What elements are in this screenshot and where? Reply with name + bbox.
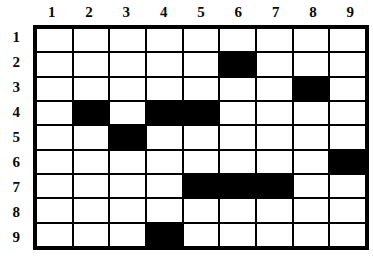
grid-cell[interactable] — [220, 224, 255, 246]
grid-cell[interactable] — [330, 224, 365, 246]
row-label: 7 — [0, 175, 30, 200]
grid-cell[interactable] — [147, 29, 182, 51]
grid-cell[interactable] — [74, 175, 109, 197]
grid-cell[interactable] — [74, 78, 109, 100]
grid-cell[interactable] — [257, 126, 292, 148]
blocked-cell — [330, 151, 365, 173]
blocked-cell — [257, 175, 292, 197]
blocked-cell — [294, 78, 329, 100]
grid-cell[interactable] — [74, 224, 109, 246]
puzzle-page: 123456789 123456789 — [0, 0, 373, 258]
grid-cell[interactable] — [257, 53, 292, 75]
grid-cell[interactable] — [110, 53, 145, 75]
grid-cell[interactable] — [147, 53, 182, 75]
grid-cell[interactable] — [147, 175, 182, 197]
grid-cell[interactable] — [294, 29, 329, 51]
grid-cell[interactable] — [257, 199, 292, 221]
grid-cell[interactable] — [37, 224, 72, 246]
grid-cell[interactable] — [330, 102, 365, 124]
grid-cell[interactable] — [220, 126, 255, 148]
grid-cell[interactable] — [37, 151, 72, 173]
blocked-cell — [110, 126, 145, 148]
grid-cell[interactable] — [37, 29, 72, 51]
grid-cell[interactable] — [110, 175, 145, 197]
col-label: 1 — [33, 0, 70, 24]
grid-cell[interactable] — [147, 78, 182, 100]
grid-cell[interactable] — [257, 151, 292, 173]
col-label: 4 — [145, 0, 182, 24]
blocked-cell — [74, 102, 109, 124]
grid-cell[interactable] — [147, 151, 182, 173]
grid-cell[interactable] — [37, 102, 72, 124]
col-label: 2 — [70, 0, 107, 24]
grid-cell[interactable] — [110, 224, 145, 246]
row-label: 1 — [0, 25, 30, 50]
grid-cell[interactable] — [184, 53, 219, 75]
blocked-cell — [147, 102, 182, 124]
col-label: 7 — [257, 0, 294, 24]
grid-cell[interactable] — [147, 199, 182, 221]
grid-cell[interactable] — [294, 151, 329, 173]
column-labels: 123456789 — [33, 0, 369, 24]
grid-cell[interactable] — [74, 151, 109, 173]
grid-cell[interactable] — [74, 199, 109, 221]
grid-cell[interactable] — [184, 224, 219, 246]
col-label: 9 — [332, 0, 369, 24]
grid-cell[interactable] — [184, 151, 219, 173]
grid-cell[interactable] — [37, 78, 72, 100]
row-label: 4 — [0, 100, 30, 125]
grid-cell[interactable] — [220, 102, 255, 124]
grid-cell[interactable] — [220, 151, 255, 173]
grid-cell[interactable] — [294, 224, 329, 246]
grid-cell[interactable] — [110, 29, 145, 51]
grid-cell[interactable] — [110, 151, 145, 173]
grid-cell[interactable] — [330, 126, 365, 148]
grid-cell[interactable] — [184, 78, 219, 100]
grid-cell[interactable] — [294, 199, 329, 221]
grid-cell[interactable] — [257, 29, 292, 51]
col-label: 8 — [294, 0, 331, 24]
grid-cell[interactable] — [294, 53, 329, 75]
row-label: 3 — [0, 75, 30, 100]
grid-cell[interactable] — [110, 78, 145, 100]
row-label: 9 — [0, 225, 30, 250]
col-label: 6 — [220, 0, 257, 24]
grid-cell[interactable] — [220, 29, 255, 51]
grid-cell[interactable] — [257, 78, 292, 100]
grid-cell[interactable] — [110, 199, 145, 221]
col-label: 3 — [108, 0, 145, 24]
grid-cell[interactable] — [37, 199, 72, 221]
grid-cell[interactable] — [220, 199, 255, 221]
blocked-cell — [184, 102, 219, 124]
blocked-cell — [147, 224, 182, 246]
grid-cell[interactable] — [147, 126, 182, 148]
blocked-cell — [220, 53, 255, 75]
grid-cell[interactable] — [37, 53, 72, 75]
grid-cell[interactable] — [37, 126, 72, 148]
grid-cell[interactable] — [257, 102, 292, 124]
grid-cell[interactable] — [294, 102, 329, 124]
row-label: 2 — [0, 50, 30, 75]
grid-cell[interactable] — [330, 199, 365, 221]
blocked-cell — [220, 175, 255, 197]
row-label: 5 — [0, 125, 30, 150]
grid-cell[interactable] — [330, 53, 365, 75]
grid-cell[interactable] — [184, 126, 219, 148]
grid-cell[interactable] — [330, 78, 365, 100]
row-label: 6 — [0, 150, 30, 175]
grid-cell[interactable] — [74, 126, 109, 148]
grid-cell[interactable] — [74, 53, 109, 75]
blocked-cell — [184, 175, 219, 197]
puzzle-grid — [33, 25, 369, 250]
grid-cell[interactable] — [74, 29, 109, 51]
grid-cell[interactable] — [294, 175, 329, 197]
grid-cell[interactable] — [220, 78, 255, 100]
grid-cell[interactable] — [257, 224, 292, 246]
col-label: 5 — [182, 0, 219, 24]
grid-cell[interactable] — [294, 126, 329, 148]
row-labels: 123456789 — [0, 25, 30, 250]
grid-cell[interactable] — [184, 29, 219, 51]
row-label: 8 — [0, 200, 30, 225]
grid-cell[interactable] — [184, 199, 219, 221]
grid-cell[interactable] — [37, 175, 72, 197]
grid-cell[interactable] — [110, 102, 145, 124]
grid-cell[interactable] — [330, 29, 365, 51]
grid-cell[interactable] — [330, 175, 365, 197]
